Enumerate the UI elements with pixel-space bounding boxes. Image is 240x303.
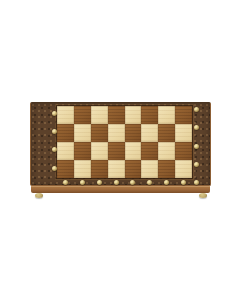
board-square — [141, 124, 158, 142]
board-square — [74, 160, 91, 178]
board-square — [141, 160, 158, 178]
board-square — [74, 106, 91, 124]
board-square — [175, 124, 192, 142]
chess-board-closed — [30, 102, 211, 198]
board-square — [175, 160, 192, 178]
board-square — [141, 106, 158, 124]
stud-icon — [52, 129, 57, 134]
board-square — [57, 106, 74, 124]
stud-icon — [63, 180, 68, 185]
board-square — [158, 142, 175, 160]
box-side-edge — [31, 186, 210, 193]
stud-icon — [194, 180, 199, 185]
board-square — [125, 142, 142, 160]
stud-icon — [97, 180, 102, 185]
board-square — [91, 160, 108, 178]
board-square — [74, 124, 91, 142]
board-square — [125, 124, 142, 142]
chessboard-grid — [57, 106, 192, 178]
board-square — [125, 106, 142, 124]
board-square — [108, 106, 125, 124]
stud-icon — [164, 180, 169, 185]
board-foot-right — [199, 193, 207, 198]
board-square — [108, 142, 125, 160]
board-square — [175, 142, 192, 160]
stud-icon — [181, 180, 186, 185]
stud-icon — [147, 180, 152, 185]
board-square — [74, 142, 91, 160]
stud-icon — [194, 162, 199, 167]
board-square — [125, 160, 142, 178]
board-face — [30, 102, 211, 186]
stud-icon — [52, 166, 57, 171]
board-square — [158, 106, 175, 124]
product-photo[interactable] — [0, 0, 240, 303]
board-square — [141, 142, 158, 160]
board-square — [158, 160, 175, 178]
board-square — [158, 124, 175, 142]
board-square — [91, 124, 108, 142]
board-square — [108, 124, 125, 142]
board-square — [57, 142, 74, 160]
board-square — [57, 160, 74, 178]
board-square — [91, 106, 108, 124]
stud-icon — [130, 180, 135, 185]
stud-icon — [194, 144, 199, 149]
board-square — [108, 160, 125, 178]
board-square — [91, 142, 108, 160]
stud-icon — [194, 125, 199, 130]
stud-icon — [114, 180, 119, 185]
stud-icon — [52, 111, 57, 116]
board-foot-left — [35, 193, 43, 198]
stud-icon — [80, 180, 85, 185]
stud-icon — [194, 107, 199, 112]
board-square — [57, 124, 74, 142]
stud-icon — [52, 147, 57, 152]
board-square — [175, 106, 192, 124]
